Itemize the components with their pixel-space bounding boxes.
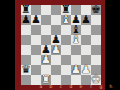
square-e7[interactable]: ♝ xyxy=(61,15,71,25)
square-a6[interactable] xyxy=(21,25,31,35)
piece-white-pawn[interactable]: ♟ xyxy=(51,45,61,55)
piece-white-bishop[interactable]: ♝ xyxy=(61,15,71,25)
square-f2[interactable]: ♟ xyxy=(71,65,81,75)
square-d1[interactable] xyxy=(51,75,61,85)
square-e3[interactable] xyxy=(61,55,71,65)
square-b1[interactable] xyxy=(31,75,41,85)
square-g2[interactable]: ♟ xyxy=(81,65,91,75)
square-b2[interactable] xyxy=(31,65,41,75)
chess-board: ♜♜♚♟♟♝♟♟♝♟♝♟♟♟♛♟♟♜♚ xyxy=(21,5,101,85)
piece-white-pawn[interactable]: ♟ xyxy=(81,65,91,75)
square-e1[interactable] xyxy=(61,75,71,85)
square-d2[interactable] xyxy=(51,65,61,75)
square-c6[interactable] xyxy=(41,25,51,35)
square-h1[interactable]: ♚ xyxy=(91,75,101,85)
square-b4[interactable] xyxy=(31,45,41,55)
piece-black-queen[interactable]: ♛ xyxy=(21,65,31,75)
square-e2[interactable] xyxy=(61,65,71,75)
square-h6[interactable] xyxy=(91,25,101,35)
square-b3[interactable] xyxy=(31,55,41,65)
square-f5[interactable]: ♝ xyxy=(71,35,81,45)
square-a2[interactable]: ♛ xyxy=(21,65,31,75)
square-h3[interactable] xyxy=(91,55,101,65)
square-e6[interactable] xyxy=(61,25,71,35)
piece-white-pawn[interactable]: ♟ xyxy=(71,65,81,75)
square-c7[interactable] xyxy=(41,15,51,25)
square-e5[interactable] xyxy=(61,35,71,45)
file-label-h: h xyxy=(106,84,116,90)
square-g4[interactable] xyxy=(81,45,91,55)
square-a7[interactable]: ♟ xyxy=(21,15,31,25)
square-b7[interactable]: ♟ xyxy=(31,15,41,25)
square-a4[interactable] xyxy=(21,45,31,55)
square-g7[interactable]: ♟ xyxy=(81,15,91,25)
square-h5[interactable] xyxy=(91,35,101,45)
square-a5[interactable] xyxy=(21,35,31,45)
square-c3[interactable]: ♟ xyxy=(41,55,51,65)
piece-black-pawn[interactable]: ♟ xyxy=(31,15,41,25)
square-d4[interactable]: ♟ xyxy=(51,45,61,55)
piece-black-pawn[interactable]: ♟ xyxy=(21,15,31,25)
square-g1[interactable] xyxy=(81,75,91,85)
piece-white-king[interactable]: ♚ xyxy=(91,75,101,85)
square-c8[interactable] xyxy=(41,5,51,15)
square-a1[interactable] xyxy=(21,75,31,85)
square-f1[interactable] xyxy=(71,75,81,85)
piece-white-pawn[interactable]: ♟ xyxy=(41,55,51,65)
square-e4[interactable] xyxy=(61,45,71,55)
piece-white-rook[interactable]: ♜ xyxy=(41,75,51,85)
square-h4[interactable] xyxy=(91,45,101,55)
square-b5[interactable] xyxy=(31,35,41,45)
square-h8[interactable]: ♚ xyxy=(91,5,101,15)
piece-white-bishop[interactable]: ♝ xyxy=(71,35,81,45)
square-d8[interactable] xyxy=(51,5,61,15)
square-d3[interactable] xyxy=(51,55,61,65)
piece-black-pawn[interactable]: ♟ xyxy=(81,15,91,25)
square-g6[interactable] xyxy=(81,25,91,35)
square-d7[interactable] xyxy=(51,15,61,25)
square-c1[interactable]: ♜ xyxy=(41,75,51,85)
square-f4[interactable] xyxy=(71,45,81,55)
square-b6[interactable] xyxy=(31,25,41,35)
square-h7[interactable] xyxy=(91,15,101,25)
square-g5[interactable] xyxy=(81,35,91,45)
piece-black-king[interactable]: ♚ xyxy=(91,5,101,15)
